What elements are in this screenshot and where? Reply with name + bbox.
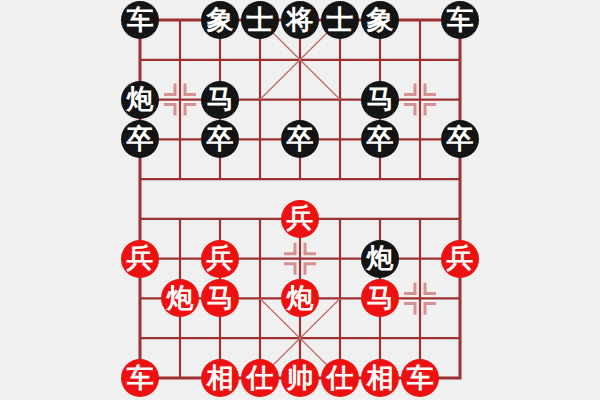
piece-red-advisor[interactable]: 仕 xyxy=(241,359,279,397)
piece-black-elephant[interactable]: 象 xyxy=(361,1,399,39)
point-marker xyxy=(425,303,436,314)
piece-red-chariot[interactable]: 车 xyxy=(121,359,159,397)
piece-red-horse[interactable]: 马 xyxy=(361,279,399,317)
piece-black-general[interactable]: 将 xyxy=(281,1,319,39)
piece-red-advisor[interactable]: 仕 xyxy=(321,359,359,397)
piece-red-soldier[interactable]: 兵 xyxy=(121,240,159,278)
piece-black-soldier[interactable]: 卒 xyxy=(441,120,479,158)
piece-black-elephant[interactable]: 象 xyxy=(201,1,239,39)
point-marker xyxy=(185,84,196,95)
piece-black-cannon[interactable]: 炮 xyxy=(361,240,399,278)
point-marker xyxy=(164,84,175,95)
piece-red-cannon[interactable]: 炮 xyxy=(281,279,319,317)
piece-red-chariot[interactable]: 车 xyxy=(401,359,439,397)
piece-red-elephant[interactable]: 相 xyxy=(201,359,239,397)
piece-black-soldier[interactable]: 卒 xyxy=(281,120,319,158)
piece-black-advisor[interactable]: 士 xyxy=(321,1,359,39)
xiangqi-board[interactable]: 车象士将士象车炮马马卒卒卒卒卒炮兵兵兵兵炮马炮马车相仕帅仕相车 xyxy=(0,0,600,400)
piece-black-chariot[interactable]: 车 xyxy=(441,1,479,39)
piece-red-general[interactable]: 帅 xyxy=(281,359,319,397)
piece-black-advisor[interactable]: 士 xyxy=(241,1,279,39)
piece-black-cannon[interactable]: 炮 xyxy=(121,81,159,119)
point-marker xyxy=(185,105,196,116)
point-marker xyxy=(425,282,436,293)
piece-red-cannon[interactable]: 炮 xyxy=(161,279,199,317)
point-marker xyxy=(284,243,295,254)
piece-black-soldier[interactable]: 卒 xyxy=(121,120,159,158)
piece-red-soldier[interactable]: 兵 xyxy=(201,240,239,278)
point-marker xyxy=(404,84,415,95)
point-marker xyxy=(164,105,175,116)
piece-red-horse[interactable]: 马 xyxy=(201,279,239,317)
point-marker xyxy=(425,105,436,116)
piece-black-horse[interactable]: 马 xyxy=(361,81,399,119)
point-marker xyxy=(305,243,316,254)
point-marker xyxy=(404,282,415,293)
piece-black-horse[interactable]: 马 xyxy=(201,81,239,119)
piece-red-soldier[interactable]: 兵 xyxy=(441,240,479,278)
piece-black-chariot[interactable]: 车 xyxy=(121,1,159,39)
piece-red-elephant[interactable]: 相 xyxy=(361,359,399,397)
piece-black-soldier[interactable]: 卒 xyxy=(201,120,239,158)
point-marker xyxy=(284,264,295,275)
piece-black-soldier[interactable]: 卒 xyxy=(361,120,399,158)
piece-red-soldier[interactable]: 兵 xyxy=(281,200,319,238)
point-marker xyxy=(404,303,415,314)
point-marker xyxy=(404,105,415,116)
point-marker xyxy=(305,264,316,275)
point-marker xyxy=(425,84,436,95)
